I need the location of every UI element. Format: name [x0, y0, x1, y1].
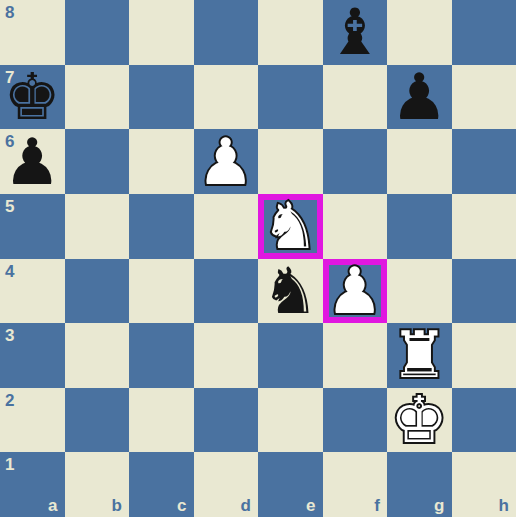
square-e4[interactable]: ♞ [258, 259, 323, 324]
black-king[interactable]: ♚ [4, 65, 61, 129]
square-d3[interactable] [194, 323, 259, 388]
square-g5[interactable] [387, 194, 452, 259]
black-pawn[interactable]: ♟ [391, 65, 448, 129]
square-h5[interactable] [452, 194, 516, 259]
rank-label-4: 4 [5, 263, 14, 280]
square-a5[interactable]: 5 [0, 194, 65, 259]
black-pawn[interactable]: ♟ [4, 130, 61, 194]
square-e5[interactable]: ♞ [258, 194, 323, 259]
square-e3[interactable] [258, 323, 323, 388]
square-f7[interactable] [323, 65, 388, 130]
white-pawn[interactable]: ♟ [197, 130, 254, 194]
square-e2[interactable] [258, 388, 323, 453]
square-c5[interactable] [129, 194, 194, 259]
square-h1[interactable]: h [452, 452, 516, 517]
file-label-h: h [499, 497, 509, 514]
square-b6[interactable] [65, 129, 130, 194]
square-a2[interactable]: 2 [0, 388, 65, 453]
square-b8[interactable] [65, 0, 130, 65]
square-g3[interactable]: ♜ [387, 323, 452, 388]
square-e7[interactable] [258, 65, 323, 130]
square-d1[interactable]: d [194, 452, 259, 517]
square-a3[interactable]: 3 [0, 323, 65, 388]
square-h2[interactable] [452, 388, 516, 453]
square-f3[interactable] [323, 323, 388, 388]
square-a1[interactable]: 1a [0, 452, 65, 517]
square-h7[interactable] [452, 65, 516, 130]
rank-label-3: 3 [5, 327, 14, 344]
square-a4[interactable]: 4 [0, 259, 65, 324]
black-bishop[interactable]: ♝ [326, 0, 383, 64]
square-b5[interactable] [65, 194, 130, 259]
white-rook[interactable]: ♜ [391, 323, 448, 387]
black-knight[interactable]: ♞ [262, 259, 319, 323]
square-f2[interactable] [323, 388, 388, 453]
square-c3[interactable] [129, 323, 194, 388]
square-g1[interactable]: g [387, 452, 452, 517]
square-d2[interactable] [194, 388, 259, 453]
square-b3[interactable] [65, 323, 130, 388]
square-g8[interactable] [387, 0, 452, 65]
square-b7[interactable] [65, 65, 130, 130]
rank-label-5: 5 [5, 198, 14, 215]
square-e8[interactable] [258, 0, 323, 65]
file-label-f: f [374, 497, 380, 514]
chess-board: 8♝7♚♟6♟♟5♞4♞♟3♜2♚1abcdefgh [0, 0, 516, 517]
white-pawn[interactable]: ♟ [326, 259, 383, 323]
square-b1[interactable]: b [65, 452, 130, 517]
white-king[interactable]: ♚ [391, 388, 448, 452]
square-b4[interactable] [65, 259, 130, 324]
square-b2[interactable] [65, 388, 130, 453]
square-d6[interactable]: ♟ [194, 129, 259, 194]
square-a7[interactable]: 7♚ [0, 65, 65, 130]
square-a8[interactable]: 8 [0, 0, 65, 65]
file-label-e: e [306, 497, 315, 514]
square-c4[interactable] [129, 259, 194, 324]
rank-label-1: 1 [5, 456, 14, 473]
file-label-a: a [48, 497, 57, 514]
square-f1[interactable]: f [323, 452, 388, 517]
square-f5[interactable] [323, 194, 388, 259]
square-h6[interactable] [452, 129, 516, 194]
square-d7[interactable] [194, 65, 259, 130]
square-d8[interactable] [194, 0, 259, 65]
square-g6[interactable] [387, 129, 452, 194]
square-a6[interactable]: 6♟ [0, 129, 65, 194]
rank-label-2: 2 [5, 392, 14, 409]
file-label-d: d [241, 497, 251, 514]
file-label-c: c [177, 497, 186, 514]
white-knight[interactable]: ♞ [262, 194, 319, 258]
square-h3[interactable] [452, 323, 516, 388]
square-c8[interactable] [129, 0, 194, 65]
square-c1[interactable]: c [129, 452, 194, 517]
square-d5[interactable] [194, 194, 259, 259]
file-label-g: g [434, 497, 444, 514]
square-e6[interactable] [258, 129, 323, 194]
square-c6[interactable] [129, 129, 194, 194]
square-g2[interactable]: ♚ [387, 388, 452, 453]
square-f8[interactable]: ♝ [323, 0, 388, 65]
file-label-b: b [112, 497, 122, 514]
square-h8[interactable] [452, 0, 516, 65]
square-e1[interactable]: e [258, 452, 323, 517]
square-g7[interactable]: ♟ [387, 65, 452, 130]
square-f6[interactable] [323, 129, 388, 194]
square-f4[interactable]: ♟ [323, 259, 388, 324]
rank-label-8: 8 [5, 4, 14, 21]
square-g4[interactable] [387, 259, 452, 324]
square-d4[interactable] [194, 259, 259, 324]
square-h4[interactable] [452, 259, 516, 324]
square-c7[interactable] [129, 65, 194, 130]
square-c2[interactable] [129, 388, 194, 453]
